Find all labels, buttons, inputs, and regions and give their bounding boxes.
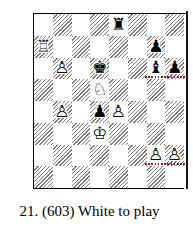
square-a4: [34, 101, 53, 123]
square-e6: [109, 58, 128, 80]
square-d4: ♟♟: [90, 101, 109, 123]
square-c4: [72, 101, 91, 123]
piece-black-pawn-d4: ♟♟: [90, 101, 109, 123]
square-f4: [128, 101, 147, 123]
square-b2: [53, 145, 72, 167]
square-h1: [165, 166, 184, 188]
square-b4: ♟♙: [53, 101, 72, 123]
square-e1: [109, 166, 128, 188]
square-f1: [128, 166, 147, 188]
square-d3: ♚♔: [90, 123, 109, 145]
square-b6: ♟♙: [53, 58, 72, 80]
white-rook-icon: ♖: [34, 37, 53, 54]
piece-black-rook-e8: ♜♜: [109, 14, 128, 36]
black-rook-icon: ♜: [109, 16, 128, 33]
piece-white-pawn-b6: ♟♙: [53, 58, 72, 80]
square-f8: [128, 14, 147, 36]
square-g8: [147, 14, 166, 36]
white-pawn-icon: ♙: [147, 146, 166, 163]
square-a7: ♜♖: [34, 36, 53, 58]
scanned-puzzle-page: ♜♜♜♖♟♟♟♙♚♚♝♝♟♟♞♘♟♙♟♟♟♙♚♔♟♙♟♙ 21. (603) W…: [0, 0, 193, 229]
piece-white-pawn-e4: ♟♙: [109, 101, 128, 123]
square-d7: [90, 36, 109, 58]
square-h3: [165, 123, 184, 145]
square-h4: [165, 101, 184, 123]
scan-artifact-red-squiggle-rank2: [145, 163, 186, 165]
square-f5: [128, 79, 147, 101]
square-d5: ♞♘: [90, 79, 109, 101]
page-edge-line: [186, 11, 188, 189]
square-g5: [147, 79, 166, 101]
piece-white-rook-a7: ♜♖: [34, 36, 53, 58]
square-e7: [109, 36, 128, 58]
square-g4: [147, 101, 166, 123]
square-h8: [165, 14, 184, 36]
piece-white-king-d3: ♚♔: [90, 123, 109, 145]
square-d2: [90, 145, 109, 167]
square-b1: [53, 166, 72, 188]
square-a6: [34, 58, 53, 80]
square-f3: [128, 123, 147, 145]
square-f2: [128, 145, 147, 167]
square-b3: [53, 123, 72, 145]
square-b8: [53, 14, 72, 36]
square-c6: [72, 58, 91, 80]
square-a8: [34, 14, 53, 36]
square-g7: ♟♟: [147, 36, 166, 58]
piece-white-pawn-b4: ♟♙: [53, 101, 72, 123]
square-e8: ♜♜: [109, 14, 128, 36]
square-b7: [53, 36, 72, 58]
square-c5: [72, 79, 91, 101]
square-g3: [147, 123, 166, 145]
square-g1: [147, 166, 166, 188]
black-pawn-icon: ♟: [147, 37, 166, 54]
puzzle-caption: 21. (603) White to play: [0, 203, 179, 220]
white-pawn-icon: ♙: [53, 103, 72, 120]
white-pawn-icon: ♙: [53, 59, 72, 76]
square-d8: [90, 14, 109, 36]
square-d6: ♚♚: [90, 58, 109, 80]
square-d1: [90, 166, 109, 188]
square-b5: [53, 79, 72, 101]
black-pawn-icon: ♟: [165, 59, 184, 76]
square-a5: [34, 79, 53, 101]
square-c2: [72, 145, 91, 167]
square-c7: [72, 36, 91, 58]
black-king-icon: ♚: [90, 59, 109, 76]
scan-artifact-red-squiggle-rank6: [145, 76, 186, 78]
white-pawn-icon: ♙: [109, 103, 128, 120]
square-c1: [72, 166, 91, 188]
square-c8: [72, 14, 91, 36]
white-knight-icon: ♘: [90, 81, 109, 98]
piece-black-pawn-g7: ♟♟: [147, 36, 166, 58]
square-f7: [128, 36, 147, 58]
white-king-icon: ♔: [90, 124, 109, 141]
piece-white-knight-d5: ♞♘: [90, 79, 109, 101]
black-bishop-icon: ♝: [147, 59, 166, 76]
black-pawn-icon: ♟: [90, 103, 109, 120]
square-a2: [34, 145, 53, 167]
square-e4: ♟♙: [109, 101, 128, 123]
square-a1: [34, 166, 53, 188]
square-h7: [165, 36, 184, 58]
piece-black-king-d6: ♚♚: [90, 58, 109, 80]
square-a3: [34, 123, 53, 145]
square-e5: [109, 79, 128, 101]
square-h5: [165, 79, 184, 101]
square-c3: [72, 123, 91, 145]
square-e2: [109, 145, 128, 167]
square-e3: [109, 123, 128, 145]
white-pawn-icon: ♙: [165, 146, 184, 163]
square-f6: [128, 58, 147, 80]
